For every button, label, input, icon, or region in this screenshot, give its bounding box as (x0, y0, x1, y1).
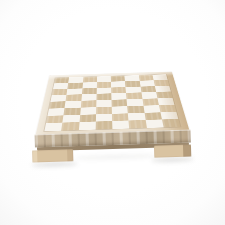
board-square (112, 121, 129, 129)
center-shadow (73, 154, 157, 161)
board-feet (35, 147, 191, 168)
board-square (78, 122, 95, 130)
board-top-face (32, 64, 190, 136)
chessboard (32, 64, 191, 169)
board-square (95, 121, 112, 129)
board-square (61, 122, 79, 130)
board-foot-left (32, 149, 73, 162)
board-square (162, 119, 181, 127)
product-photo-scene (0, 0, 225, 225)
board-square (129, 120, 147, 128)
board-square (145, 120, 163, 128)
board-square (44, 123, 62, 131)
board-surface (44, 74, 180, 131)
board-frame (36, 72, 190, 136)
board-foot-right (154, 145, 191, 158)
